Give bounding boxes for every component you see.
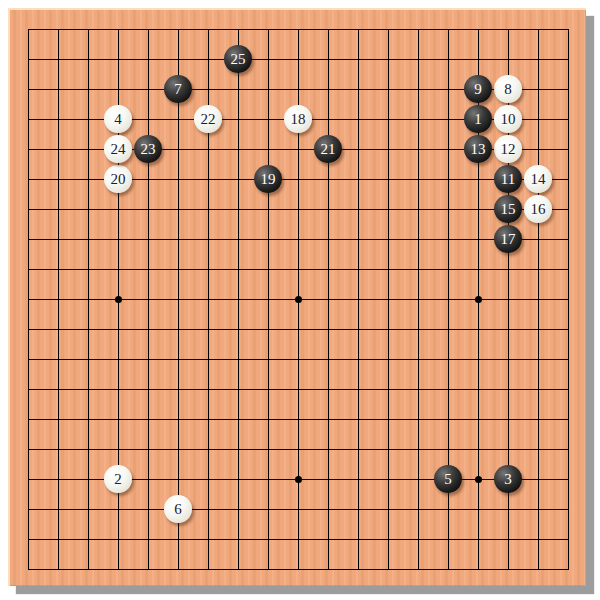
stone-white-8: 8 bbox=[494, 75, 522, 103]
stone-white-18: 18 bbox=[284, 105, 312, 133]
stone-white-14: 14 bbox=[524, 165, 552, 193]
stone-black-3: 3 bbox=[494, 465, 522, 493]
stone-white-12: 12 bbox=[494, 135, 522, 163]
stone-white-6: 6 bbox=[164, 495, 192, 523]
stone-black-23: 23 bbox=[134, 135, 162, 163]
stone-black-17: 17 bbox=[494, 225, 522, 253]
board-grid: 1234567891011121314151617181920212223242… bbox=[28, 29, 569, 570]
stone-black-11: 11 bbox=[494, 165, 522, 193]
stone-black-9: 9 bbox=[464, 75, 492, 103]
stone-white-24: 24 bbox=[104, 135, 132, 163]
stone-white-10: 10 bbox=[494, 105, 522, 133]
stone-black-21: 21 bbox=[314, 135, 342, 163]
stone-black-7: 7 bbox=[164, 75, 192, 103]
stone-white-22: 22 bbox=[194, 105, 222, 133]
stone-black-15: 15 bbox=[494, 195, 522, 223]
stone-black-19: 19 bbox=[254, 165, 282, 193]
stone-white-20: 20 bbox=[104, 165, 132, 193]
stone-white-4: 4 bbox=[104, 105, 132, 133]
stone-black-13: 13 bbox=[464, 135, 492, 163]
stone-white-16: 16 bbox=[524, 195, 552, 223]
stone-white-2: 2 bbox=[104, 465, 132, 493]
stone-black-25: 25 bbox=[224, 45, 252, 73]
page-background: 1234567891011121314151617181920212223242… bbox=[0, 0, 600, 600]
go-board[interactable]: 1234567891011121314151617181920212223242… bbox=[8, 8, 586, 586]
stones-layer: 1234567891011121314151617181920212223242… bbox=[13, 14, 583, 584]
stone-black-1: 1 bbox=[464, 105, 492, 133]
stone-black-5: 5 bbox=[434, 465, 462, 493]
